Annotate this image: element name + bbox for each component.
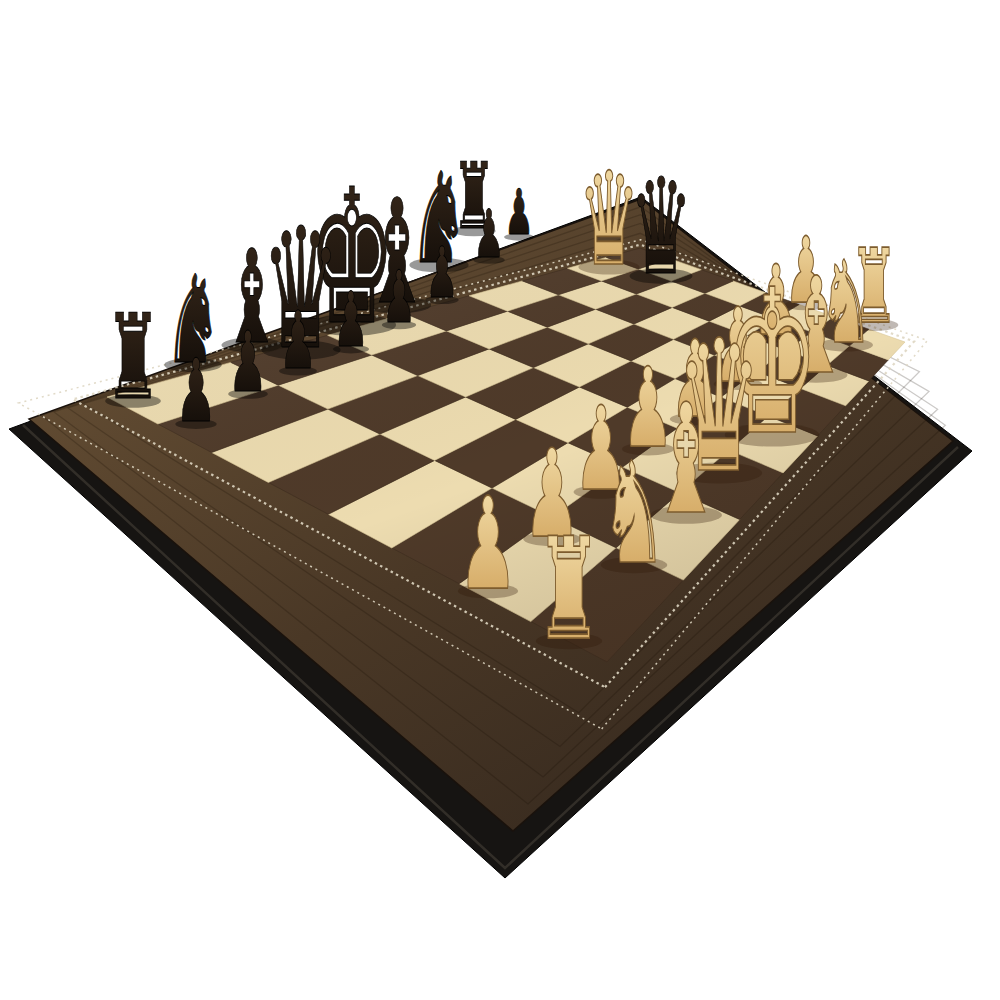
piece-black-pawn-g7: ♟ — [473, 196, 504, 274]
piece-black-pawn-c7: ♟ — [279, 294, 317, 387]
piece-white-knight-b1: ♞ — [601, 432, 667, 595]
piece-black-pawn-e7: ♟ — [382, 254, 416, 339]
piece-black-queen-extra: ♛ — [630, 149, 693, 304]
piece-white-rook-a1: ♜ — [536, 508, 602, 671]
piece-black-pawn-b7: ♟ — [228, 313, 267, 411]
chess-board-scene: ♜♟♟♞♛♛♟♝♟♚♟♜♟♝♞♟♛♞♟♝♟♟♜♟♟♚♟♛♟♝♟♞♟♜ — [0, 0, 1000, 1000]
piece-black-pawn-h7: ♟ — [504, 175, 534, 249]
piece-black-rook-a8: ♜ — [105, 289, 161, 425]
chess-product-photo: ♜♟♟♞♛♛♟♝♟♚♟♜♟♝♞♟♛♞♟♝♟♟♜♟♟♚♟♛♟♝♟♞♟♜ — [0, 0, 1000, 1000]
piece-white-pawn-a2: ♟ — [458, 470, 518, 618]
piece-black-pawn-a7: ♟ — [175, 340, 216, 441]
